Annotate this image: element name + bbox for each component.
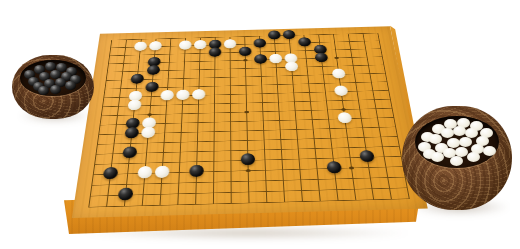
black-stone [103,167,119,180]
white-stone [137,166,152,179]
board-surface [72,26,428,218]
white-stone [155,165,170,178]
black-stone [241,153,255,165]
bowl-opening [415,116,499,168]
bowl-stone-white [453,126,466,136]
star-point [334,57,339,59]
bowl-stone-white [467,152,480,162]
white-stone [141,126,156,138]
black-stone [359,150,375,162]
white-stone [176,89,190,100]
white-stone [127,99,141,110]
white-stone [337,112,352,123]
white-stone [149,41,162,50]
white-stone [285,61,299,71]
black-stone [298,37,311,46]
go-board [72,26,428,218]
white-stone [194,40,207,49]
white-stone [179,40,192,49]
black-stone [254,54,267,64]
black-stone [122,146,137,158]
white-stone [332,68,346,78]
white-stone [269,53,282,63]
black-stone [145,81,159,91]
star-point [349,166,354,169]
black-stone-bowl [12,55,94,119]
black-stone [189,164,204,177]
black-stone [253,38,266,47]
black-stone [314,52,328,62]
star-point [244,111,249,114]
black-stone [147,65,161,75]
bowl-stone-black [38,86,49,95]
star-point [147,113,152,116]
white-stone [224,39,236,48]
white-stone [192,89,205,100]
star-point [246,169,251,172]
stones-layer [72,26,428,218]
bowl-opening [20,60,86,96]
bowl-stone-white [450,156,463,166]
white-stone-bowl [402,106,512,210]
black-stone [118,187,134,200]
bowl-stone-white [483,146,496,156]
black-stone [239,46,252,56]
black-stone [268,30,281,39]
white-stone [334,85,349,96]
black-stone [326,161,342,173]
white-stone [134,41,147,50]
white-stone [160,90,174,101]
black-stone [130,73,144,83]
bowl-stone-black [65,81,76,90]
go-scene [0,0,520,249]
black-stone [124,127,139,139]
bowl-stone-white [459,137,472,147]
star-point [341,108,346,111]
star-point [243,59,247,61]
bowl-stone-black [50,85,61,94]
black-stone [283,30,296,39]
black-stone [209,47,222,57]
